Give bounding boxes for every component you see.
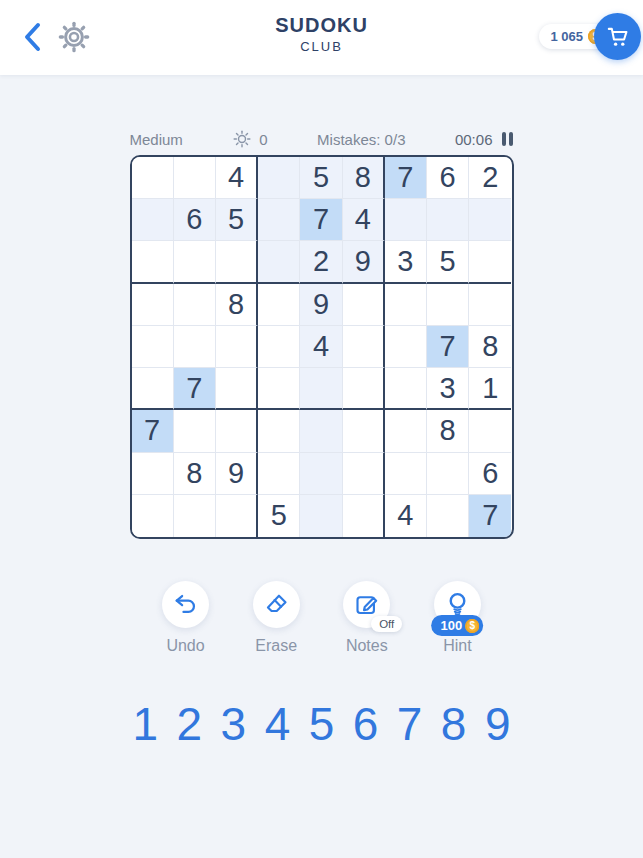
erase-label: Erase [255, 637, 297, 655]
score-value: 0 [259, 131, 267, 148]
notes-off-badge: Off [371, 616, 402, 632]
eraser-icon [263, 591, 290, 618]
cart-icon [605, 24, 631, 50]
notes-label: Notes [346, 637, 388, 655]
numpad-1[interactable]: 1 [133, 701, 159, 747]
cell-r1c3[interactable]: 4 [216, 157, 258, 199]
cell-r9c1[interactable] [132, 495, 174, 537]
cell-r1c6[interactable]: 8 [343, 157, 385, 199]
cell-r4c7[interactable] [385, 284, 427, 326]
cell-r7c1[interactable]: 7 [132, 410, 174, 452]
mistakes-label: Mistakes: 0/3 [317, 131, 405, 148]
cell-r7c4[interactable] [258, 410, 300, 452]
cell-r9c4[interactable]: 5 [258, 495, 300, 537]
cell-r6c3[interactable] [216, 368, 258, 410]
cell-r1c1[interactable] [132, 157, 174, 199]
cell-r7c2[interactable] [174, 410, 216, 452]
hint-cost-badge: 100 $ [432, 615, 484, 636]
cell-r9c9[interactable]: 7 [469, 495, 511, 537]
cell-r7c8[interactable]: 8 [427, 410, 469, 452]
cell-r2c9[interactable] [469, 199, 511, 241]
cell-r8c2[interactable]: 8 [174, 453, 216, 495]
cell-r5c1[interactable] [132, 326, 174, 368]
numpad-9[interactable]: 9 [485, 701, 511, 747]
cell-r7c9[interactable] [469, 410, 511, 452]
cell-r2c7[interactable] [385, 199, 427, 241]
cell-r3c1[interactable] [132, 241, 174, 283]
cell-r6c5[interactable] [300, 368, 342, 410]
cell-r3c7[interactable]: 3 [385, 241, 427, 283]
numpad-5[interactable]: 5 [309, 701, 335, 747]
undo-button[interactable]: Undo [151, 581, 221, 655]
cell-r8c1[interactable] [132, 453, 174, 495]
cell-r1c7[interactable]: 7 [385, 157, 427, 199]
cell-r3c5[interactable]: 2 [300, 241, 342, 283]
cell-r9c2[interactable] [174, 495, 216, 537]
cell-r3c9[interactable] [469, 241, 511, 283]
cell-r1c5[interactable]: 5 [300, 157, 342, 199]
undo-icon [172, 591, 199, 618]
numpad-7[interactable]: 7 [397, 701, 423, 747]
cell-r4c4[interactable] [258, 284, 300, 326]
numpad-3[interactable]: 3 [221, 701, 247, 747]
cell-r2c1[interactable] [132, 199, 174, 241]
cell-r2c4[interactable] [258, 199, 300, 241]
cell-r8c6[interactable] [343, 453, 385, 495]
cell-r4c1[interactable] [132, 284, 174, 326]
coins-value: 1 065 [550, 29, 583, 44]
numpad-2[interactable]: 2 [177, 701, 203, 747]
cell-r7c6[interactable] [343, 410, 385, 452]
hint-cost-value: 100 [441, 618, 463, 633]
cell-r5c8[interactable]: 7 [427, 326, 469, 368]
cell-r3c6[interactable]: 9 [343, 241, 385, 283]
cell-r9c6[interactable] [343, 495, 385, 537]
undo-label: Undo [166, 637, 204, 655]
cell-r5c5[interactable]: 4 [300, 326, 342, 368]
timer-value: 00:06 [455, 131, 493, 148]
number-pad: 123456789 [130, 701, 514, 747]
cell-r5c9[interactable]: 8 [469, 326, 511, 368]
hint-label: Hint [443, 637, 471, 655]
cell-r6c7[interactable] [385, 368, 427, 410]
cell-r3c4[interactable] [258, 241, 300, 283]
cell-r9c7[interactable]: 4 [385, 495, 427, 537]
cell-r5c4[interactable] [258, 326, 300, 368]
difficulty-label: Medium [130, 131, 183, 148]
cell-r3c3[interactable] [216, 241, 258, 283]
cell-r5c3[interactable] [216, 326, 258, 368]
cell-r5c6[interactable] [343, 326, 385, 368]
app-header: SUDOKU CLUB 1 065 $ [0, 0, 643, 75]
cell-r6c6[interactable] [343, 368, 385, 410]
toolbar: Undo Erase [130, 581, 514, 655]
cell-r4c6[interactable] [343, 284, 385, 326]
cell-r1c9[interactable]: 2 [469, 157, 511, 199]
cell-r8c3[interactable]: 9 [216, 453, 258, 495]
notes-button[interactable]: Off Notes [332, 581, 402, 655]
cell-r2c6[interactable]: 4 [343, 199, 385, 241]
notes-pencil-icon [353, 591, 380, 618]
score-sun-icon [232, 129, 252, 149]
cell-r9c3[interactable] [216, 495, 258, 537]
cell-r9c8[interactable] [427, 495, 469, 537]
numpad-8[interactable]: 8 [441, 701, 467, 747]
cell-r7c5[interactable] [300, 410, 342, 452]
cell-r8c8[interactable] [427, 453, 469, 495]
erase-button[interactable]: Erase [241, 581, 311, 655]
pause-button[interactable] [502, 132, 513, 146]
hint-button[interactable]: 100 $ Hint [422, 581, 492, 655]
cell-r6c8[interactable]: 3 [427, 368, 469, 410]
cell-r3c2[interactable] [174, 241, 216, 283]
cell-r4c5[interactable]: 9 [300, 284, 342, 326]
cell-r8c9[interactable]: 6 [469, 453, 511, 495]
cell-r4c9[interactable] [469, 284, 511, 326]
cell-r6c4[interactable] [258, 368, 300, 410]
cell-r8c5[interactable] [300, 453, 342, 495]
cell-r2c8[interactable] [427, 199, 469, 241]
cell-r7c7[interactable] [385, 410, 427, 452]
cell-r5c7[interactable] [385, 326, 427, 368]
hint-coin-icon: $ [465, 619, 479, 633]
numpad-6[interactable]: 6 [353, 701, 379, 747]
cell-r9c5[interactable] [300, 495, 342, 537]
cell-r2c5[interactable]: 7 [300, 199, 342, 241]
cell-r4c2[interactable] [174, 284, 216, 326]
cell-r1c8[interactable]: 6 [427, 157, 469, 199]
cell-r4c8[interactable] [427, 284, 469, 326]
cell-r3c8[interactable]: 5 [427, 241, 469, 283]
cell-r5c2[interactable] [174, 326, 216, 368]
sudoku-grid: 458762657429358947873178896547 [130, 155, 514, 539]
cell-r2c3[interactable]: 5 [216, 199, 258, 241]
cell-r2c2[interactable]: 6 [174, 199, 216, 241]
cell-r8c4[interactable] [258, 453, 300, 495]
cell-r6c9[interactable]: 1 [469, 368, 511, 410]
cell-r1c2[interactable] [174, 157, 216, 199]
cell-r6c1[interactable] [132, 368, 174, 410]
shop-cart-button[interactable] [594, 13, 641, 60]
cell-r8c7[interactable] [385, 453, 427, 495]
numpad-4[interactable]: 4 [265, 701, 291, 747]
status-bar: Medium 0 Mistakes: 0/3 00:06 [130, 129, 514, 149]
cell-r7c3[interactable] [216, 410, 258, 452]
cell-r6c2[interactable]: 7 [174, 368, 216, 410]
cell-r4c3[interactable]: 8 [216, 284, 258, 326]
cell-r1c4[interactable] [258, 157, 300, 199]
